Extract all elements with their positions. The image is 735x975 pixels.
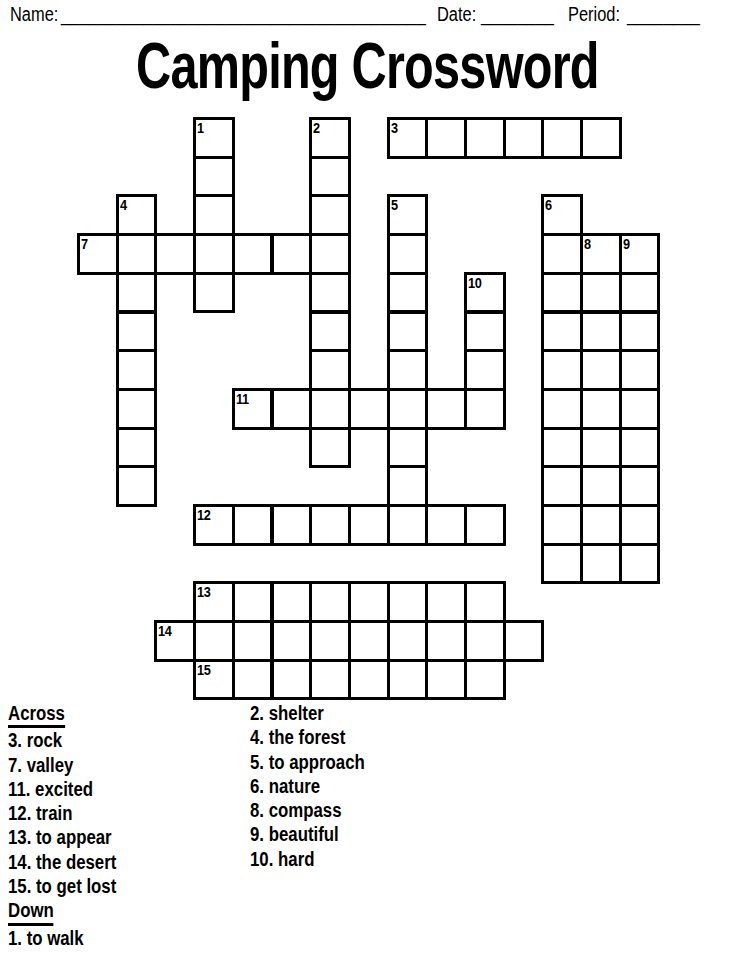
cell-r6c10[interactable] [464, 349, 506, 391]
cell-r8c1[interactable] [116, 427, 158, 469]
cell-r6c8[interactable] [387, 349, 429, 391]
cell-r4c8[interactable] [387, 272, 429, 314]
cell-r9c1[interactable] [116, 465, 158, 507]
cell-r7c4[interactable]: 11 [232, 388, 274, 430]
cell-r14c5[interactable] [271, 659, 313, 701]
cell-r7c1[interactable] [116, 388, 158, 430]
cell-r0c8[interactable]: 3 [387, 117, 429, 159]
date-blank-line[interactable]: ________ [481, 4, 554, 24]
clue-number-6: 6 [545, 197, 552, 213]
name-label: Name: [10, 4, 58, 24]
cell-r10c6[interactable] [309, 504, 351, 546]
cell-r13c11[interactable] [503, 620, 545, 662]
clue-number-10: 10 [468, 275, 481, 291]
cell-r13c8[interactable] [387, 620, 429, 662]
cell-r14c9[interactable] [425, 659, 467, 701]
cell-r10c8[interactable] [387, 504, 429, 546]
cell-r7c6[interactable] [309, 388, 351, 430]
worksheet-page: Name: __________________________________… [0, 0, 735, 975]
cell-r5c8[interactable] [387, 311, 429, 353]
clue-across-14: 14. the desert [8, 850, 116, 874]
cell-r3c12[interactable] [541, 233, 583, 275]
down-heading-text: Down [8, 898, 54, 925]
clue-number-13: 13 [197, 584, 210, 600]
cell-r6c1[interactable] [116, 349, 158, 391]
period-label: Period: [568, 4, 620, 24]
clue-number-15: 15 [197, 662, 210, 678]
cell-r13c2[interactable]: 14 [154, 620, 196, 662]
cell-r0c3[interactable]: 1 [193, 117, 235, 159]
cell-r3c2[interactable] [154, 233, 196, 275]
cell-r11c13[interactable] [580, 543, 622, 585]
clue-down-5: 5. to approach [250, 750, 365, 774]
cell-r2c6[interactable] [309, 194, 351, 236]
across-heading: Across [8, 701, 116, 728]
clue-number-2: 2 [313, 120, 320, 136]
cell-r9c14[interactable] [619, 465, 661, 507]
cell-r10c7[interactable] [348, 504, 390, 546]
clue-across-11: 11. excited [8, 777, 116, 801]
cell-r9c13[interactable] [580, 465, 622, 507]
period-blank-line[interactable]: ________ [627, 4, 700, 24]
clue-down-6: 6. nature [250, 774, 365, 798]
cell-r13c4[interactable] [232, 620, 274, 662]
cell-r4c12[interactable] [541, 272, 583, 314]
cell-r5c1[interactable] [116, 311, 158, 353]
clue-across-13: 13. to appear [8, 825, 116, 849]
clue-across-15: 15. to get lost [8, 874, 116, 898]
cell-r13c6[interactable] [309, 620, 351, 662]
cell-r10c9[interactable] [425, 504, 467, 546]
cell-r6c14[interactable] [619, 349, 661, 391]
cell-r12c3[interactable]: 13 [193, 581, 235, 623]
clue-number-11: 11 [236, 391, 249, 407]
cell-r10c12[interactable] [541, 504, 583, 546]
cell-r0c10[interactable] [464, 117, 506, 159]
cell-r14c3[interactable]: 15 [193, 659, 235, 701]
cell-r5c10[interactable] [464, 311, 506, 353]
cell-r11c14[interactable] [619, 543, 661, 585]
cell-r12c9[interactable] [425, 581, 467, 623]
cell-r2c3[interactable] [193, 194, 235, 236]
cell-r3c3[interactable] [193, 233, 235, 275]
clue-down-1: 1. to walk [8, 926, 116, 950]
clue-down-2: 2. shelter [250, 701, 365, 725]
cell-r8c8[interactable] [387, 427, 429, 469]
cell-r0c11[interactable] [503, 117, 545, 159]
cell-r7c13[interactable] [580, 388, 622, 430]
clue-number-1: 1 [197, 120, 204, 136]
cell-r7c9[interactable] [425, 388, 467, 430]
cell-r11c12[interactable] [541, 543, 583, 585]
cell-r4c1[interactable] [116, 272, 158, 314]
cell-r3c8[interactable] [387, 233, 429, 275]
cell-r8c12[interactable] [541, 427, 583, 469]
cell-r8c14[interactable] [619, 427, 661, 469]
cell-r13c3[interactable] [193, 620, 235, 662]
cell-r12c5[interactable] [271, 581, 313, 623]
clues-column-left: Across3. rock7. valley11. excited12. tra… [8, 701, 116, 950]
cell-r3c13[interactable]: 8 [580, 233, 622, 275]
cell-r13c10[interactable] [464, 620, 506, 662]
name-blank-line[interactable]: ________________________________________ [61, 4, 426, 24]
cell-r14c7[interactable] [348, 659, 390, 701]
clue-across-3: 3. rock [8, 728, 116, 752]
cell-r3c4[interactable] [232, 233, 274, 275]
clue-across-7: 7. valley [8, 753, 116, 777]
cell-r1c3[interactable] [193, 156, 235, 198]
cell-r3c6[interactable] [309, 233, 351, 275]
clue-number-7: 7 [81, 236, 88, 252]
crossword-grid: 123456789101112131415 [77, 117, 662, 702]
cell-r3c0[interactable]: 7 [77, 233, 119, 275]
cell-r7c10[interactable] [464, 388, 506, 430]
cell-r7c14[interactable] [619, 388, 661, 430]
clue-number-14: 14 [158, 623, 171, 639]
cell-r9c8[interactable] [387, 465, 429, 507]
cell-r5c12[interactable] [541, 311, 583, 353]
cell-r14c6[interactable] [309, 659, 351, 701]
cell-r7c8[interactable] [387, 388, 429, 430]
cell-r6c6[interactable] [309, 349, 351, 391]
cell-r10c3[interactable]: 12 [193, 504, 235, 546]
cell-r5c13[interactable] [580, 311, 622, 353]
cell-r2c8[interactable]: 5 [387, 194, 429, 236]
cell-r14c8[interactable] [387, 659, 429, 701]
page-title: Camping Crossword [0, 34, 735, 98]
cell-r4c10[interactable]: 10 [464, 272, 506, 314]
cell-r4c6[interactable] [309, 272, 351, 314]
clue-down-10: 10. hard [250, 847, 365, 871]
down-heading: Down [8, 898, 116, 925]
cell-r13c7[interactable] [348, 620, 390, 662]
clue-down-8: 8. compass [250, 798, 365, 822]
clue-number-4: 4 [120, 197, 127, 213]
cell-r4c14[interactable] [619, 272, 661, 314]
cell-r2c1[interactable]: 4 [116, 194, 158, 236]
cell-r10c13[interactable] [580, 504, 622, 546]
cell-r0c9[interactable] [425, 117, 467, 159]
clue-number-12: 12 [197, 507, 210, 523]
cell-r10c14[interactable] [619, 504, 661, 546]
cell-r0c13[interactable] [580, 117, 622, 159]
cell-r7c5[interactable] [271, 388, 313, 430]
clue-number-9: 9 [623, 236, 630, 252]
cell-r12c6[interactable] [309, 581, 351, 623]
cell-r5c6[interactable] [309, 311, 351, 353]
cell-r8c13[interactable] [580, 427, 622, 469]
cell-r0c12[interactable] [541, 117, 583, 159]
cell-r10c5[interactable] [271, 504, 313, 546]
cell-r12c8[interactable] [387, 581, 429, 623]
cell-r5c14[interactable] [619, 311, 661, 353]
cell-r14c10[interactable] [464, 659, 506, 701]
cell-r13c9[interactable] [425, 620, 467, 662]
cell-r6c12[interactable] [541, 349, 583, 391]
cell-r10c4[interactable] [232, 504, 274, 546]
cell-r3c5[interactable] [271, 233, 313, 275]
cell-r13c5[interactable] [271, 620, 313, 662]
cell-r12c4[interactable] [232, 581, 274, 623]
cell-r0c6[interactable]: 2 [309, 117, 351, 159]
cell-r9c12[interactable] [541, 465, 583, 507]
cell-r8c6[interactable] [309, 427, 351, 469]
clue-number-3: 3 [391, 120, 398, 136]
cell-r3c1[interactable] [116, 233, 158, 275]
clues-column-right: 2. shelter4. the forest5. to approach6. … [250, 701, 365, 871]
cell-r6c13[interactable] [580, 349, 622, 391]
cell-r12c7[interactable] [348, 581, 390, 623]
date-label: Date: [437, 4, 476, 24]
cell-r7c7[interactable] [348, 388, 390, 430]
cell-r4c13[interactable] [580, 272, 622, 314]
cell-r10c10[interactable] [464, 504, 506, 546]
cell-r2c12[interactable]: 6 [541, 194, 583, 236]
cell-r3c14[interactable]: 9 [619, 233, 661, 275]
clue-number-8: 8 [584, 236, 591, 252]
clue-across-12: 12. train [8, 801, 116, 825]
clue-down-9: 9. beautiful [250, 822, 365, 846]
clue-number-5: 5 [391, 197, 398, 213]
cell-r4c3[interactable] [193, 272, 235, 314]
clue-down-4: 4. the forest [250, 725, 365, 749]
across-heading-text: Across [8, 701, 65, 728]
cell-r14c4[interactable] [232, 659, 274, 701]
cell-r12c10[interactable] [464, 581, 506, 623]
cell-r7c12[interactable] [541, 388, 583, 430]
cell-r1c6[interactable] [309, 156, 351, 198]
